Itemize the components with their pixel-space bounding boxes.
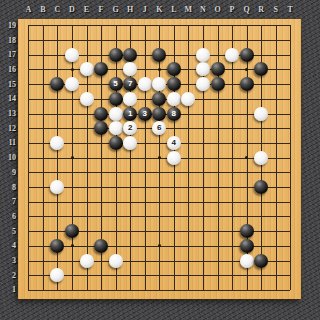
col-label-A: A xyxy=(22,5,34,14)
stone-black-F4 xyxy=(94,239,108,253)
col-label-N: N xyxy=(197,5,209,14)
move-number-label: 7 xyxy=(128,80,132,88)
col-label-B: B xyxy=(37,5,49,14)
row-label-17: 17 xyxy=(1,50,16,59)
stone-white-E16 xyxy=(80,62,94,76)
row-label-7: 7 xyxy=(1,197,16,206)
stone-white-H14 xyxy=(123,92,137,106)
star-point xyxy=(71,156,74,159)
grid-line xyxy=(28,275,290,276)
stone-black-G14 xyxy=(109,92,123,106)
stone-white-G13 xyxy=(109,107,123,121)
stone-white-J15 xyxy=(138,77,152,91)
star-point xyxy=(71,244,74,247)
row-label-5: 5 xyxy=(1,227,16,236)
row-label-1: 1 xyxy=(1,285,16,294)
row-label-8: 8 xyxy=(1,183,16,192)
stone-black-Q17 xyxy=(240,48,254,62)
col-label-D: D xyxy=(66,5,78,14)
row-label-3: 3 xyxy=(1,256,16,265)
stone-white-N17 xyxy=(196,48,210,62)
stone-black-F13 xyxy=(94,107,108,121)
row-label-4: 4 xyxy=(1,241,16,250)
row-label-18: 18 xyxy=(1,36,16,45)
stone-black-K17 xyxy=(152,48,166,62)
grid-line xyxy=(28,187,290,188)
star-point xyxy=(158,156,161,159)
row-label-11: 11 xyxy=(1,138,16,147)
col-label-C: C xyxy=(51,5,63,14)
move-number-label: 3 xyxy=(142,110,146,118)
stone-black-K14 xyxy=(152,92,166,106)
stone-white-D17 xyxy=(65,48,79,62)
stone-black-G11 xyxy=(109,136,123,150)
col-label-S: S xyxy=(270,5,282,14)
stone-black-J13: 3 xyxy=(138,107,152,121)
stone-black-G15: 5 xyxy=(109,77,123,91)
stone-black-Q5 xyxy=(240,224,254,238)
stone-white-N15 xyxy=(196,77,210,91)
stone-black-K13 xyxy=(152,107,166,121)
stone-black-L15 xyxy=(167,77,181,91)
col-label-T: T xyxy=(284,5,296,14)
grid-line xyxy=(28,290,290,291)
stone-white-R10 xyxy=(254,151,268,165)
col-label-M: M xyxy=(182,5,194,14)
grid-line xyxy=(28,172,290,173)
stone-black-Q4 xyxy=(240,239,254,253)
row-label-15: 15 xyxy=(1,80,16,89)
stone-black-L13: 8 xyxy=(167,107,181,121)
grid-line xyxy=(28,202,290,203)
col-label-F: F xyxy=(95,5,107,14)
row-label-14: 14 xyxy=(1,94,16,103)
stone-white-L10 xyxy=(167,151,181,165)
move-number-label: 1 xyxy=(128,110,132,118)
stone-white-E14 xyxy=(80,92,94,106)
stone-black-R3 xyxy=(254,254,268,268)
row-label-6: 6 xyxy=(1,212,16,221)
go-diagram-screen: ABCDEFGHJKLMNOPQRST191817161514131211109… xyxy=(0,0,320,320)
stone-white-R13 xyxy=(254,107,268,121)
row-label-16: 16 xyxy=(1,65,16,74)
col-label-H: H xyxy=(124,5,136,14)
stone-white-G12 xyxy=(109,121,123,135)
stone-white-P17 xyxy=(225,48,239,62)
move-number-label: 4 xyxy=(172,139,176,147)
stone-black-R8 xyxy=(254,180,268,194)
col-label-R: R xyxy=(255,5,267,14)
stone-white-G3 xyxy=(109,254,123,268)
grid-line xyxy=(188,25,189,290)
star-point xyxy=(245,68,248,71)
stone-black-H13: 1 xyxy=(123,107,137,121)
col-label-O: O xyxy=(212,5,224,14)
stone-black-G17 xyxy=(109,48,123,62)
stone-white-E3 xyxy=(80,254,94,268)
stone-black-O15 xyxy=(211,77,225,91)
move-number-label: 2 xyxy=(128,124,132,132)
star-point xyxy=(71,68,74,71)
stone-black-H17 xyxy=(123,48,137,62)
row-label-2: 2 xyxy=(1,271,16,280)
stone-black-D5 xyxy=(65,224,79,238)
grid-line xyxy=(290,25,291,290)
stone-black-O16 xyxy=(211,62,225,76)
col-label-K: K xyxy=(153,5,165,14)
move-number-label: 8 xyxy=(172,110,176,118)
grid-line xyxy=(232,25,233,290)
col-label-L: L xyxy=(168,5,180,14)
move-number-label: 5 xyxy=(113,80,117,88)
row-label-9: 9 xyxy=(1,168,16,177)
move-number-label: 6 xyxy=(157,124,161,132)
stone-white-L14 xyxy=(167,92,181,106)
grid-line xyxy=(28,216,290,217)
stone-white-L11: 4 xyxy=(167,136,181,150)
stone-white-D15 xyxy=(65,77,79,91)
star-point xyxy=(158,68,161,71)
col-label-G: G xyxy=(110,5,122,14)
col-label-J: J xyxy=(139,5,151,14)
col-label-E: E xyxy=(81,5,93,14)
col-label-P: P xyxy=(226,5,238,14)
row-label-10: 10 xyxy=(1,153,16,162)
grid-line xyxy=(276,25,277,290)
stone-black-Q15 xyxy=(240,77,254,91)
col-label-Q: Q xyxy=(241,5,253,14)
stone-white-H11 xyxy=(123,136,137,150)
row-label-13: 13 xyxy=(1,109,16,118)
stone-white-Q3 xyxy=(240,254,254,268)
row-label-19: 19 xyxy=(1,21,16,30)
row-label-12: 12 xyxy=(1,124,16,133)
